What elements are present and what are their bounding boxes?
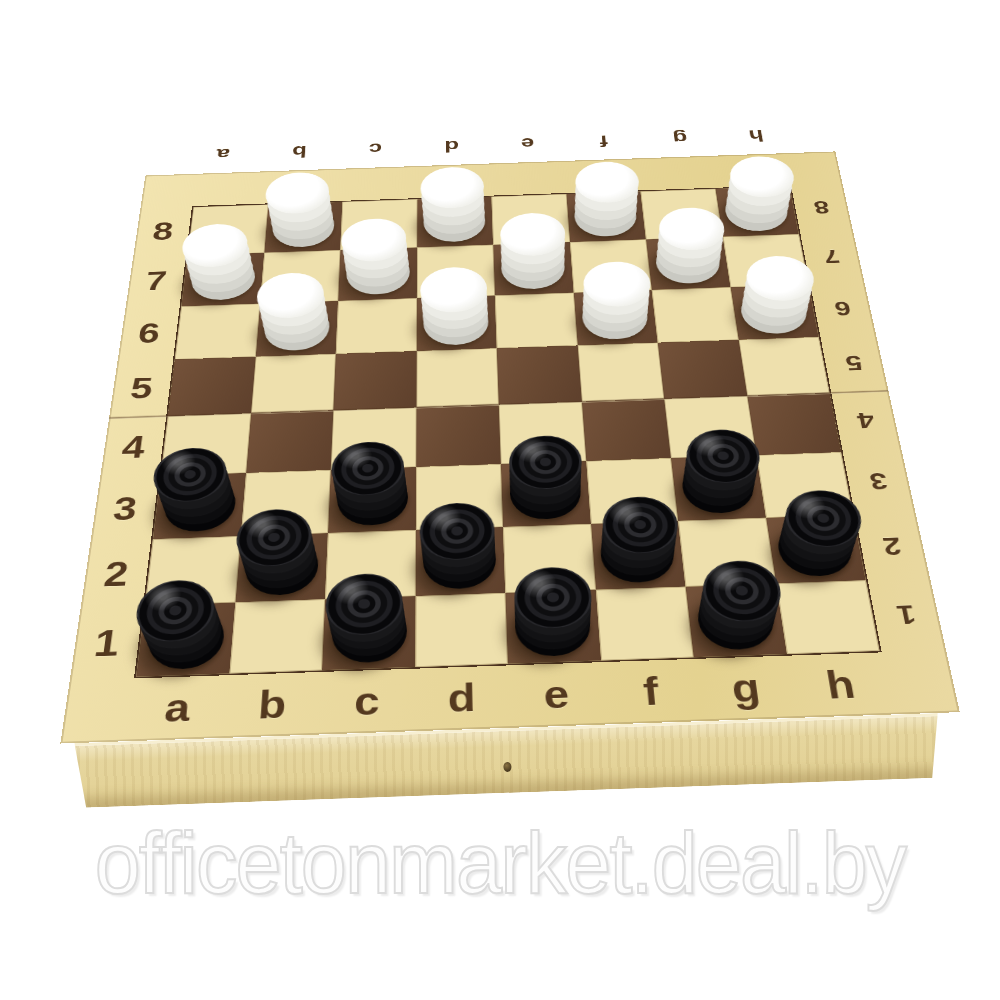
coordinate-label: h bbox=[716, 118, 798, 153]
square-f2[interactable] bbox=[591, 521, 686, 590]
square-e5[interactable] bbox=[497, 346, 582, 405]
coordinate-label: f bbox=[601, 659, 702, 725]
piece-white-e7[interactable] bbox=[500, 246, 566, 291]
square-c6[interactable] bbox=[336, 298, 417, 354]
coordinate-label: 7 bbox=[126, 255, 186, 308]
square-a1[interactable] bbox=[136, 603, 235, 677]
board-wood: abcdefgh abcdefgh 87654321 87654321 bbox=[60, 151, 959, 743]
piece-black-c3[interactable] bbox=[336, 472, 408, 527]
piece-black-g1[interactable] bbox=[694, 589, 777, 651]
piece-white-c7[interactable] bbox=[345, 252, 409, 297]
coordinate-label: 7 bbox=[800, 231, 864, 283]
coordinate-label: b bbox=[260, 134, 338, 169]
file-labels-top: abcdefgh bbox=[183, 118, 797, 172]
coordinate-label: f bbox=[565, 123, 644, 158]
piece-black-f2[interactable] bbox=[599, 526, 677, 584]
coordinate-label: a bbox=[183, 137, 263, 172]
piece-white-f8[interactable] bbox=[573, 195, 639, 237]
square-a6[interactable] bbox=[175, 303, 260, 359]
coordinate-label: g bbox=[695, 656, 798, 721]
square-c5[interactable] bbox=[333, 351, 416, 410]
piece-white-g7[interactable] bbox=[653, 241, 722, 286]
square-a5[interactable] bbox=[168, 357, 255, 416]
square-g6[interactable] bbox=[652, 287, 739, 343]
square-a7[interactable] bbox=[181, 253, 264, 306]
piece-black-e1[interactable] bbox=[514, 596, 592, 658]
coordinate-label: b bbox=[222, 672, 321, 738]
coordinate-label: 6 bbox=[118, 306, 180, 362]
piece-black-a1[interactable] bbox=[145, 608, 226, 670]
square-f4[interactable] bbox=[581, 399, 670, 461]
piece-white-h8[interactable] bbox=[722, 190, 791, 232]
square-g5[interactable] bbox=[658, 340, 747, 399]
coordinate-label: a bbox=[126, 675, 227, 741]
coordinate-label: 5 bbox=[820, 335, 888, 393]
square-h4[interactable] bbox=[747, 393, 841, 455]
coordinate-label: 3 bbox=[843, 450, 916, 515]
checkers-board[interactable] bbox=[134, 185, 882, 678]
piece-white-d8[interactable] bbox=[424, 201, 487, 244]
square-h8[interactable] bbox=[715, 186, 799, 236]
pin-hole-icon bbox=[503, 762, 511, 772]
square-b6[interactable] bbox=[255, 301, 338, 357]
board-plane: abcdefgh abcdefgh 87654321 87654321 bbox=[60, 151, 959, 743]
square-h6[interactable] bbox=[730, 284, 819, 340]
piece-white-d6[interactable] bbox=[424, 300, 490, 347]
piece-black-e3[interactable] bbox=[509, 466, 583, 521]
square-f6[interactable] bbox=[573, 290, 657, 346]
square-d1[interactable] bbox=[415, 593, 508, 667]
square-c7[interactable] bbox=[338, 247, 417, 300]
square-g1[interactable] bbox=[686, 584, 787, 658]
square-b4[interactable] bbox=[246, 410, 334, 472]
scene: abcdefgh abcdefgh 87654321 87654321 offi… bbox=[0, 0, 1000, 1000]
coordinate-label: 5 bbox=[109, 359, 173, 418]
piece-black-h2[interactable] bbox=[774, 520, 856, 578]
coordinate-label: e bbox=[508, 662, 606, 728]
coordinate-label: 2 bbox=[855, 513, 930, 582]
piece-black-b2[interactable] bbox=[243, 538, 319, 597]
piece-white-b8[interactable] bbox=[271, 206, 335, 249]
coordinate-label: e bbox=[489, 126, 567, 161]
coordinate-label: 6 bbox=[810, 282, 876, 337]
square-d5[interactable] bbox=[416, 348, 499, 407]
coordinate-label: 4 bbox=[831, 391, 901, 452]
square-e3[interactable] bbox=[501, 461, 591, 527]
coordinate-label: 1 bbox=[70, 607, 143, 681]
square-d8[interactable] bbox=[417, 197, 493, 248]
square-e6[interactable] bbox=[495, 292, 577, 348]
square-h2[interactable] bbox=[766, 514, 866, 583]
piece-black-g3[interactable] bbox=[679, 460, 757, 515]
coordinate-label: 1 bbox=[868, 579, 946, 652]
square-b1[interactable] bbox=[229, 599, 325, 673]
square-e7[interactable] bbox=[493, 242, 573, 295]
square-h5[interactable] bbox=[738, 337, 829, 396]
coordinate-label: 3 bbox=[91, 476, 159, 542]
piece-white-f6[interactable] bbox=[581, 294, 650, 341]
square-b5[interactable] bbox=[251, 354, 336, 413]
coordinate-label: c bbox=[337, 131, 414, 166]
coordinate-label: d bbox=[413, 129, 490, 164]
square-h1[interactable] bbox=[776, 581, 880, 654]
coordinate-label: g bbox=[640, 121, 721, 156]
square-f5[interactable] bbox=[577, 343, 664, 402]
square-c1[interactable] bbox=[322, 596, 415, 670]
square-f8[interactable] bbox=[566, 191, 646, 242]
piece-black-c1[interactable] bbox=[331, 602, 407, 664]
square-d2[interactable] bbox=[415, 527, 505, 597]
square-b8[interactable] bbox=[264, 202, 343, 253]
square-g3[interactable] bbox=[671, 455, 766, 521]
square-f1[interactable] bbox=[595, 587, 693, 661]
watermark-text: officetonmarket.deal.by bbox=[30, 812, 970, 914]
piece-white-a7[interactable] bbox=[189, 257, 257, 302]
piece-white-b6[interactable] bbox=[263, 305, 331, 352]
square-b2[interactable] bbox=[235, 533, 328, 603]
square-d6[interactable] bbox=[416, 295, 496, 351]
piece-black-d2[interactable] bbox=[423, 532, 497, 590]
square-d4[interactable] bbox=[416, 405, 501, 467]
square-e1[interactable] bbox=[505, 590, 600, 664]
square-g7[interactable] bbox=[646, 237, 730, 290]
coordinate-label: 8 bbox=[791, 183, 853, 233]
square-a3[interactable] bbox=[153, 473, 246, 539]
square-c3[interactable] bbox=[328, 467, 416, 533]
coordinate-label: h bbox=[788, 652, 894, 717]
piece-black-a3[interactable] bbox=[161, 478, 237, 533]
piece-white-h6[interactable] bbox=[738, 289, 811, 336]
coordinate-label: d bbox=[414, 665, 510, 731]
coordinate-label: c bbox=[318, 669, 414, 735]
